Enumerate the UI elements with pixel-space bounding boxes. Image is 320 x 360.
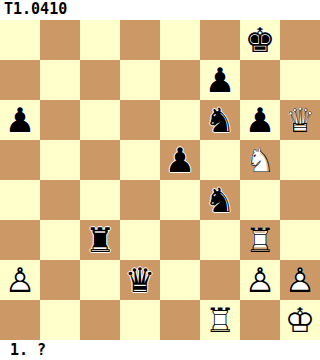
white-pawn-outline: ♙ [0, 260, 40, 300]
square-b3[interactable] [40, 220, 80, 260]
square-h1[interactable]: ♚♔ [280, 300, 320, 340]
square-f3[interactable] [200, 220, 240, 260]
puzzle-id: T1.0410 [0, 0, 320, 20]
square-g6[interactable]: ♟ [240, 100, 280, 140]
move-prompt: 1. ? [0, 340, 320, 360]
white-queen-outline: ♕ [280, 100, 320, 140]
square-a8[interactable] [0, 20, 40, 60]
square-c1[interactable] [80, 300, 120, 340]
square-c5[interactable] [80, 140, 120, 180]
square-d5[interactable] [120, 140, 160, 180]
square-c6[interactable] [80, 100, 120, 140]
square-f1[interactable]: ♜♖ [200, 300, 240, 340]
square-e6[interactable] [160, 100, 200, 140]
square-g7[interactable] [240, 60, 280, 100]
piece-black-pawn: ♟ [240, 100, 280, 140]
square-g2[interactable]: ♟♙ [240, 260, 280, 300]
square-c2[interactable] [80, 260, 120, 300]
square-a4[interactable] [0, 180, 40, 220]
square-g8[interactable]: ♚ [240, 20, 280, 60]
square-f8[interactable] [200, 20, 240, 60]
square-h7[interactable] [280, 60, 320, 100]
square-f5[interactable] [200, 140, 240, 180]
puzzle-page: T1.0410 ♚♟♟♞♟♛♕♟♞♘♞♜♜♖♟♙♛♟♙♟♙♜♖♚♔ 1. ? [0, 0, 320, 360]
square-d6[interactable] [120, 100, 160, 140]
piece-black-king: ♚ [240, 20, 280, 60]
square-a5[interactable] [0, 140, 40, 180]
square-b1[interactable] [40, 300, 80, 340]
square-a7[interactable] [0, 60, 40, 100]
square-e8[interactable] [160, 20, 200, 60]
piece-white-pawn: ♟♙ [280, 260, 320, 300]
square-e3[interactable] [160, 220, 200, 260]
square-g5[interactable]: ♞♘ [240, 140, 280, 180]
square-e7[interactable] [160, 60, 200, 100]
white-knight-outline: ♘ [240, 140, 280, 180]
square-g3[interactable]: ♜♖ [240, 220, 280, 260]
square-f7[interactable]: ♟ [200, 60, 240, 100]
square-b5[interactable] [40, 140, 80, 180]
square-b2[interactable] [40, 260, 80, 300]
square-h8[interactable] [280, 20, 320, 60]
square-f6[interactable]: ♞ [200, 100, 240, 140]
square-h2[interactable]: ♟♙ [280, 260, 320, 300]
square-d7[interactable] [120, 60, 160, 100]
square-g4[interactable] [240, 180, 280, 220]
piece-black-pawn: ♟ [160, 140, 200, 180]
square-g1[interactable] [240, 300, 280, 340]
white-rook-outline: ♖ [200, 300, 240, 340]
square-h3[interactable] [280, 220, 320, 260]
square-e1[interactable] [160, 300, 200, 340]
square-d1[interactable] [120, 300, 160, 340]
white-king-outline: ♔ [280, 300, 320, 340]
square-f2[interactable] [200, 260, 240, 300]
piece-white-pawn: ♟♙ [0, 260, 40, 300]
white-rook-outline: ♖ [240, 220, 280, 260]
piece-white-king: ♚♔ [280, 300, 320, 340]
square-a3[interactable] [0, 220, 40, 260]
square-b8[interactable] [40, 20, 80, 60]
piece-white-queen: ♛♕ [280, 100, 320, 140]
square-h5[interactable] [280, 140, 320, 180]
piece-black-knight: ♞ [200, 100, 240, 140]
square-d2[interactable]: ♛ [120, 260, 160, 300]
square-e5[interactable]: ♟ [160, 140, 200, 180]
piece-black-pawn: ♟ [0, 100, 40, 140]
square-a1[interactable] [0, 300, 40, 340]
piece-black-pawn: ♟ [200, 60, 240, 100]
square-h6[interactable]: ♛♕ [280, 100, 320, 140]
chess-board: ♚♟♟♞♟♛♕♟♞♘♞♜♜♖♟♙♛♟♙♟♙♜♖♚♔ [0, 20, 320, 340]
square-b4[interactable] [40, 180, 80, 220]
square-e2[interactable] [160, 260, 200, 300]
square-a6[interactable]: ♟ [0, 100, 40, 140]
square-c4[interactable] [80, 180, 120, 220]
square-c8[interactable] [80, 20, 120, 60]
piece-white-knight: ♞♘ [240, 140, 280, 180]
piece-white-rook: ♜♖ [200, 300, 240, 340]
square-a2[interactable]: ♟♙ [0, 260, 40, 300]
square-b7[interactable] [40, 60, 80, 100]
square-d4[interactable] [120, 180, 160, 220]
square-d3[interactable] [120, 220, 160, 260]
white-pawn-outline: ♙ [240, 260, 280, 300]
piece-white-rook: ♜♖ [240, 220, 280, 260]
white-pawn-outline: ♙ [280, 260, 320, 300]
square-d8[interactable] [120, 20, 160, 60]
piece-black-knight: ♞ [200, 180, 240, 220]
square-f4[interactable]: ♞ [200, 180, 240, 220]
piece-white-pawn: ♟♙ [240, 260, 280, 300]
piece-black-rook: ♜ [80, 220, 120, 260]
piece-black-queen: ♛ [120, 260, 160, 300]
square-h4[interactable] [280, 180, 320, 220]
square-c3[interactable]: ♜ [80, 220, 120, 260]
square-c7[interactable] [80, 60, 120, 100]
square-e4[interactable] [160, 180, 200, 220]
square-b6[interactable] [40, 100, 80, 140]
